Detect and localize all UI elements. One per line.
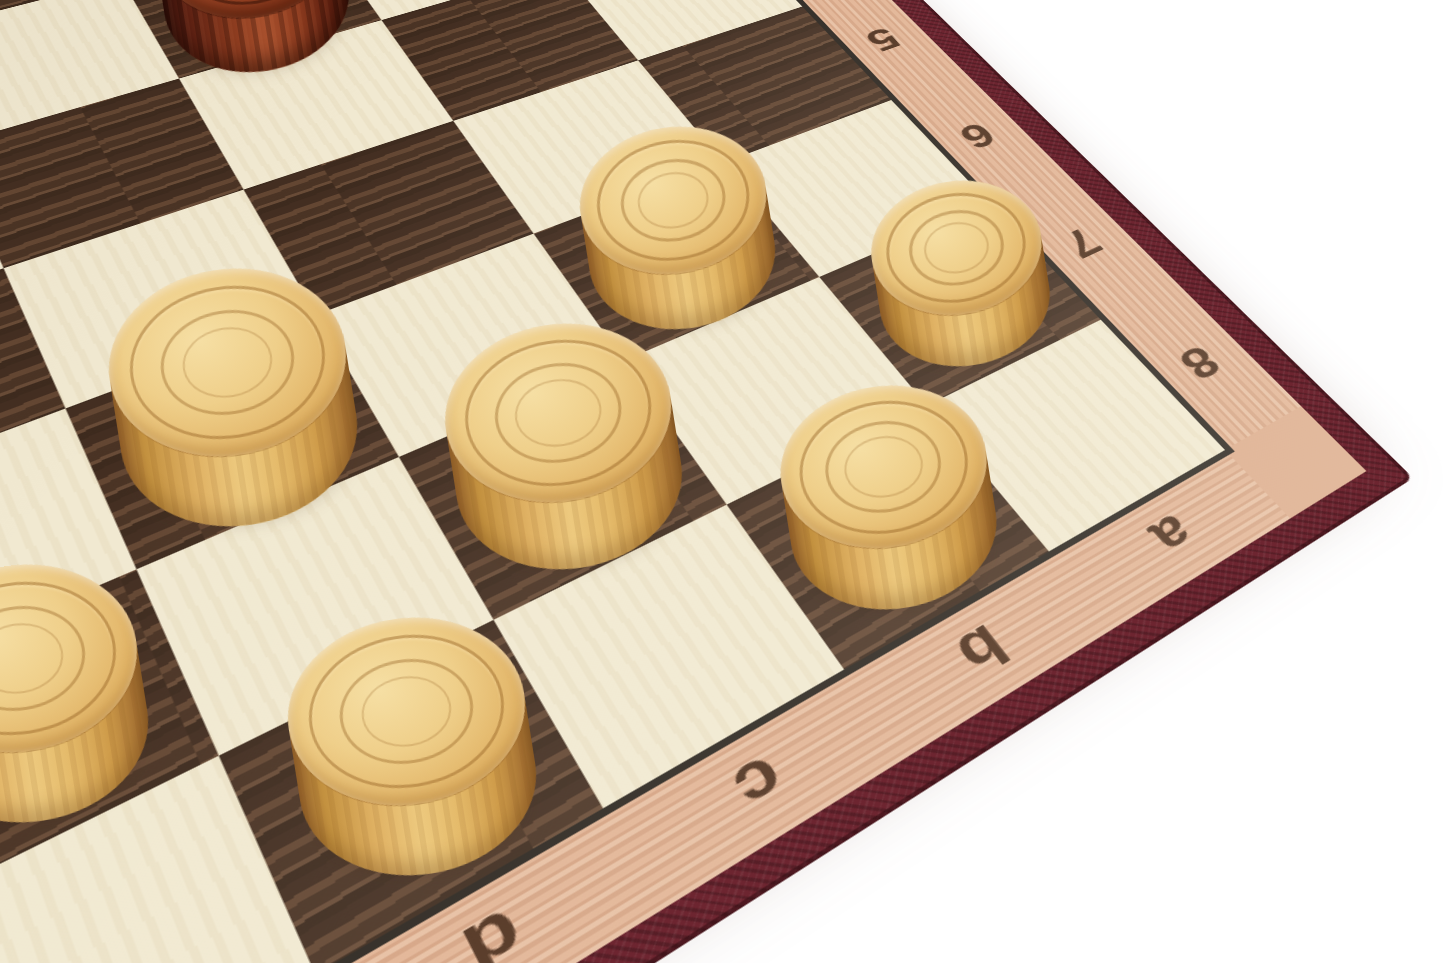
checker-light-a7[interactable] xyxy=(862,168,1060,377)
checker-light-b8[interactable] xyxy=(769,371,1008,624)
checker-light-b6[interactable] xyxy=(569,113,785,341)
product-photo-stage: abcdefgh 87654321 xyxy=(0,0,1445,963)
checker-light-c7[interactable] xyxy=(432,308,694,586)
checker-dark-c3[interactable] xyxy=(145,0,360,85)
checker-light-d6[interactable] xyxy=(95,252,370,543)
checker-light-d8[interactable] xyxy=(274,601,549,892)
